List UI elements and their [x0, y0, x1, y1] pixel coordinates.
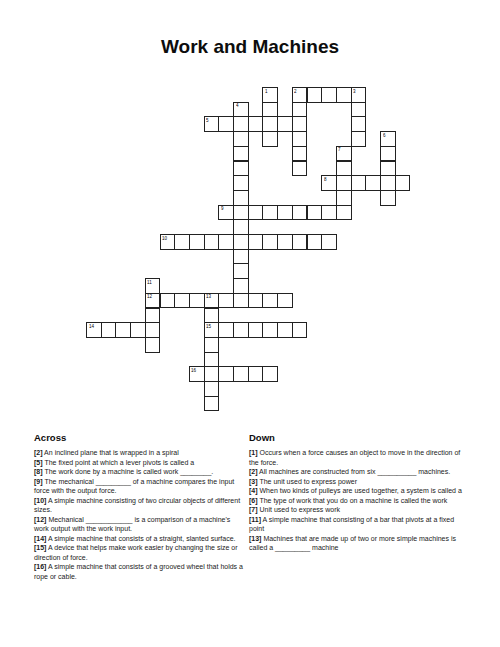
grid-cell[interactable]: [233, 175, 249, 191]
cell-number: 4: [236, 103, 239, 108]
grid-cell[interactable]: [204, 396, 220, 412]
clue-text: A device that helps make work easier by …: [34, 544, 238, 561]
grid-cell[interactable]: [248, 205, 264, 221]
clue-number: [6]: [249, 497, 258, 504]
down-clue-1: [1] Occurs when a force causes an object…: [249, 448, 463, 467]
cell-number: 13: [206, 294, 211, 299]
across-clues-section: Across [2] An inclined plane that is wra…: [34, 432, 245, 581]
grid-cell[interactable]: [292, 161, 308, 177]
clue-text: An inclined plane that is wrapped in a s…: [43, 449, 179, 456]
grid-cell[interactable]: [233, 219, 249, 235]
grid-cell[interactable]: [174, 293, 190, 309]
down-clues-section: Down [1] Occurs when a force causes an o…: [249, 432, 463, 553]
clue-number: [12]: [34, 516, 46, 523]
cell-number: 1: [265, 89, 268, 94]
clue-number: [16]: [34, 563, 46, 570]
cell-number: 6: [383, 133, 386, 138]
grid-cell[interactable]: [160, 293, 176, 309]
cell-number: 11: [147, 280, 152, 285]
cell-number: 2: [294, 89, 297, 94]
grid-cell[interactable]: [233, 190, 249, 206]
clue-number: [8]: [34, 468, 43, 475]
clue-number: [2]: [34, 449, 43, 456]
across-clue-list: [2] An inclined plane that is wrapped in…: [34, 448, 245, 581]
grid-cell[interactable]: 8: [321, 175, 337, 191]
clue-number: [15]: [34, 544, 46, 551]
grid-cell[interactable]: [277, 116, 293, 132]
grid-cell[interactable]: [233, 322, 249, 338]
down-clue-3: [3] The unit used to express power: [249, 477, 463, 487]
clue-text: A simple machine that consists of a stra…: [46, 535, 235, 542]
grid-cell[interactable]: [174, 234, 190, 250]
clue-text: The mechanical _________ of a machine co…: [34, 478, 234, 495]
cell-number: 14: [89, 324, 94, 329]
cell-number: 16: [191, 368, 196, 373]
clue-number: [2]: [249, 468, 258, 475]
grid-cell[interactable]: [262, 131, 278, 147]
across-clue-8: [8] The work done by a machine is called…: [34, 467, 245, 477]
clue-number: [3]: [249, 478, 258, 485]
grid-cell[interactable]: [145, 322, 161, 338]
clue-text: Machines that are made up of two or more…: [249, 535, 456, 552]
down-clue-list: [1] Occurs when a force causes an object…: [249, 448, 463, 553]
across-clue-10: [10] A simple machine consisting of two …: [34, 496, 245, 515]
grid-cell[interactable]: 4: [233, 102, 249, 118]
grid-cell[interactable]: [145, 337, 161, 353]
clue-number: [9]: [34, 478, 43, 485]
clue-text: When two kinds of pulleys are used toget…: [258, 487, 462, 494]
grid-cell[interactable]: [101, 322, 117, 338]
across-header: Across: [34, 432, 245, 443]
grid-cell[interactable]: [380, 190, 396, 206]
grid-cell[interactable]: [204, 366, 220, 382]
down-clue-11: [11] A simple machine that consisting of…: [249, 515, 463, 534]
grid-cell[interactable]: [351, 131, 367, 147]
grid-cell[interactable]: 14: [86, 322, 102, 338]
grid-cell[interactable]: [233, 263, 249, 279]
grid-cell[interactable]: [218, 116, 234, 132]
down-header: Down: [249, 432, 463, 443]
grid-cell[interactable]: [292, 205, 308, 221]
across-clue-5: [5] The fixed point at which a lever piv…: [34, 458, 245, 468]
grid-cell[interactable]: [233, 131, 249, 147]
grid-cell[interactable]: [233, 205, 249, 221]
clue-text: A simple machine consisting of two circu…: [34, 497, 240, 514]
grid-cell[interactable]: 6: [380, 131, 396, 147]
grid-cell[interactable]: [248, 322, 264, 338]
grid-cell[interactable]: [262, 366, 278, 382]
grid-cell[interactable]: [233, 116, 249, 132]
clue-number: [4]: [249, 487, 258, 494]
grid-cell[interactable]: [365, 175, 381, 191]
clue-text: The type of work that you do on a machin…: [258, 497, 448, 504]
grid-cell[interactable]: [321, 205, 337, 221]
grid-cell[interactable]: [336, 205, 352, 221]
grid-cell[interactable]: [204, 352, 220, 368]
grid-cell[interactable]: [292, 131, 308, 147]
down-clue-7: [7] Unit used to express work: [249, 505, 463, 515]
grid-cell[interactable]: [277, 322, 293, 338]
grid-cell[interactable]: 15: [204, 322, 220, 338]
grid-cell[interactable]: 12: [145, 293, 161, 309]
grid-cell[interactable]: [218, 322, 234, 338]
grid-cell[interactable]: 9: [218, 205, 234, 221]
grid-cell[interactable]: [262, 293, 278, 309]
cell-number: 8: [324, 177, 327, 182]
grid-cell[interactable]: [292, 116, 308, 132]
clue-number: [5]: [34, 459, 43, 466]
grid-cell[interactable]: [292, 146, 308, 162]
grid-cell[interactable]: [233, 249, 249, 265]
cell-number: 9: [221, 206, 224, 211]
grid-cell[interactable]: [262, 205, 278, 221]
down-clue-2: [2] All machines are constructed from si…: [249, 467, 463, 477]
grid-cell[interactable]: [145, 308, 161, 324]
grid-cell[interactable]: [204, 234, 220, 250]
grid-cell[interactable]: [321, 234, 337, 250]
crossword-grid: 12345678910111213141516: [86, 87, 410, 411]
worksheet-page: Work and Machines 1234567891011121314151…: [0, 0, 500, 647]
clue-number: [7]: [249, 506, 258, 513]
grid-cell[interactable]: [130, 322, 146, 338]
cell-number: 5: [206, 118, 209, 123]
grid-cell[interactable]: [204, 337, 220, 353]
across-clue-9: [9] The mechanical _________ of a machin…: [34, 477, 245, 496]
grid-cell[interactable]: 7: [336, 146, 352, 162]
grid-cell[interactable]: [380, 146, 396, 162]
grid-cell[interactable]: 10: [160, 234, 176, 250]
grid-cell[interactable]: [307, 234, 323, 250]
grid-cell[interactable]: [292, 234, 308, 250]
down-clue-4: [4] When two kinds of pulleys are used t…: [249, 486, 463, 496]
grid-cell[interactable]: [248, 234, 264, 250]
clue-text: The fixed point at which a lever pivots …: [43, 459, 195, 466]
cell-number: 7: [338, 147, 341, 152]
grid-cell[interactable]: [395, 175, 411, 191]
grid-cell[interactable]: [218, 293, 234, 309]
clue-text: A simple machine that consisting of a ba…: [249, 516, 454, 533]
cell-number: 12: [147, 294, 152, 299]
grid-cell[interactable]: [218, 366, 234, 382]
grid-cell[interactable]: [292, 322, 308, 338]
grid-cell[interactable]: [380, 175, 396, 191]
cell-number: 10: [162, 236, 167, 241]
grid-cell[interactable]: [321, 87, 337, 103]
grid-cell[interactable]: [189, 234, 205, 250]
grid-cell[interactable]: [307, 205, 323, 221]
clue-text: The unit used to express power: [258, 478, 357, 485]
grid-cell[interactable]: [336, 87, 352, 103]
grid-cell[interactable]: [262, 234, 278, 250]
grid-cell[interactable]: 2: [292, 87, 308, 103]
grid-cell[interactable]: [277, 205, 293, 221]
grid-cell[interactable]: [277, 234, 293, 250]
grid-cell[interactable]: [262, 322, 278, 338]
grid-cell[interactable]: [248, 366, 264, 382]
clue-number: [13]: [249, 535, 261, 542]
grid-cell[interactable]: [218, 234, 234, 250]
clue-number: [14]: [34, 535, 46, 542]
grid-cell[interactable]: [204, 381, 220, 397]
grid-cell[interactable]: [336, 190, 352, 206]
clue-text: The work done by a machine is called wor…: [43, 468, 214, 475]
grid-cell[interactable]: 11: [145, 278, 161, 294]
across-clue-12: [12] Mechanical ____________ is a compar…: [34, 515, 245, 534]
clue-number: [1]: [249, 449, 258, 456]
grid-cell[interactable]: [262, 102, 278, 118]
grid-cell[interactable]: [233, 278, 249, 294]
grid-cell[interactable]: [292, 102, 308, 118]
clue-number: [11]: [249, 516, 261, 523]
grid-cell[interactable]: 1: [262, 87, 278, 103]
across-clue-14: [14] A simple machine that consists of a…: [34, 534, 245, 544]
grid-cell[interactable]: [189, 293, 205, 309]
down-clue-6: [6] The type of work that you do on a ma…: [249, 496, 463, 506]
puzzle-title: Work and Machines: [0, 36, 500, 58]
grid-cell[interactable]: [248, 116, 264, 132]
grid-cell[interactable]: 3: [351, 87, 367, 103]
clue-text: A simple machine that consists of a groo…: [34, 563, 243, 580]
grid-cell[interactable]: [233, 161, 249, 177]
clue-text: Occurs when a force causes an object to …: [249, 449, 460, 466]
grid-cell[interactable]: [248, 293, 264, 309]
grid-cell[interactable]: [336, 161, 352, 177]
cell-number: 15: [206, 324, 211, 329]
down-clue-13: [13] Machines that are made up of two or…: [249, 534, 463, 553]
across-clue-16: [16] A simple machine that consists of a…: [34, 562, 245, 581]
grid-cell[interactable]: [204, 308, 220, 324]
grid-cell[interactable]: 13: [204, 293, 220, 309]
grid-cell[interactable]: [351, 116, 367, 132]
grid-cell[interactable]: [115, 322, 131, 338]
grid-cell[interactable]: [307, 87, 323, 103]
across-clue-2: [2] An inclined plane that is wrapped in…: [34, 448, 245, 458]
grid-cell[interactable]: [380, 161, 396, 177]
grid-cell[interactable]: [233, 146, 249, 162]
grid-cell[interactable]: [351, 102, 367, 118]
grid-cell[interactable]: [262, 116, 278, 132]
clue-text: All machines are constructed from six __…: [258, 468, 451, 475]
grid-cell[interactable]: 16: [189, 366, 205, 382]
cell-number: 3: [353, 89, 356, 94]
grid-cell[interactable]: [233, 234, 249, 250]
grid-cell[interactable]: [277, 293, 293, 309]
across-clue-15: [15] A device that helps make work easie…: [34, 543, 245, 562]
grid-cell[interactable]: [336, 175, 352, 191]
grid-cell[interactable]: [351, 175, 367, 191]
grid-cell[interactable]: 5: [204, 116, 220, 132]
grid-cell[interactable]: [233, 293, 249, 309]
grid-cell[interactable]: [233, 366, 249, 382]
clue-text: Mechanical ____________ is a comparison …: [34, 516, 230, 533]
clue-number: [10]: [34, 497, 46, 504]
clue-text: Unit used to express work: [258, 506, 340, 513]
